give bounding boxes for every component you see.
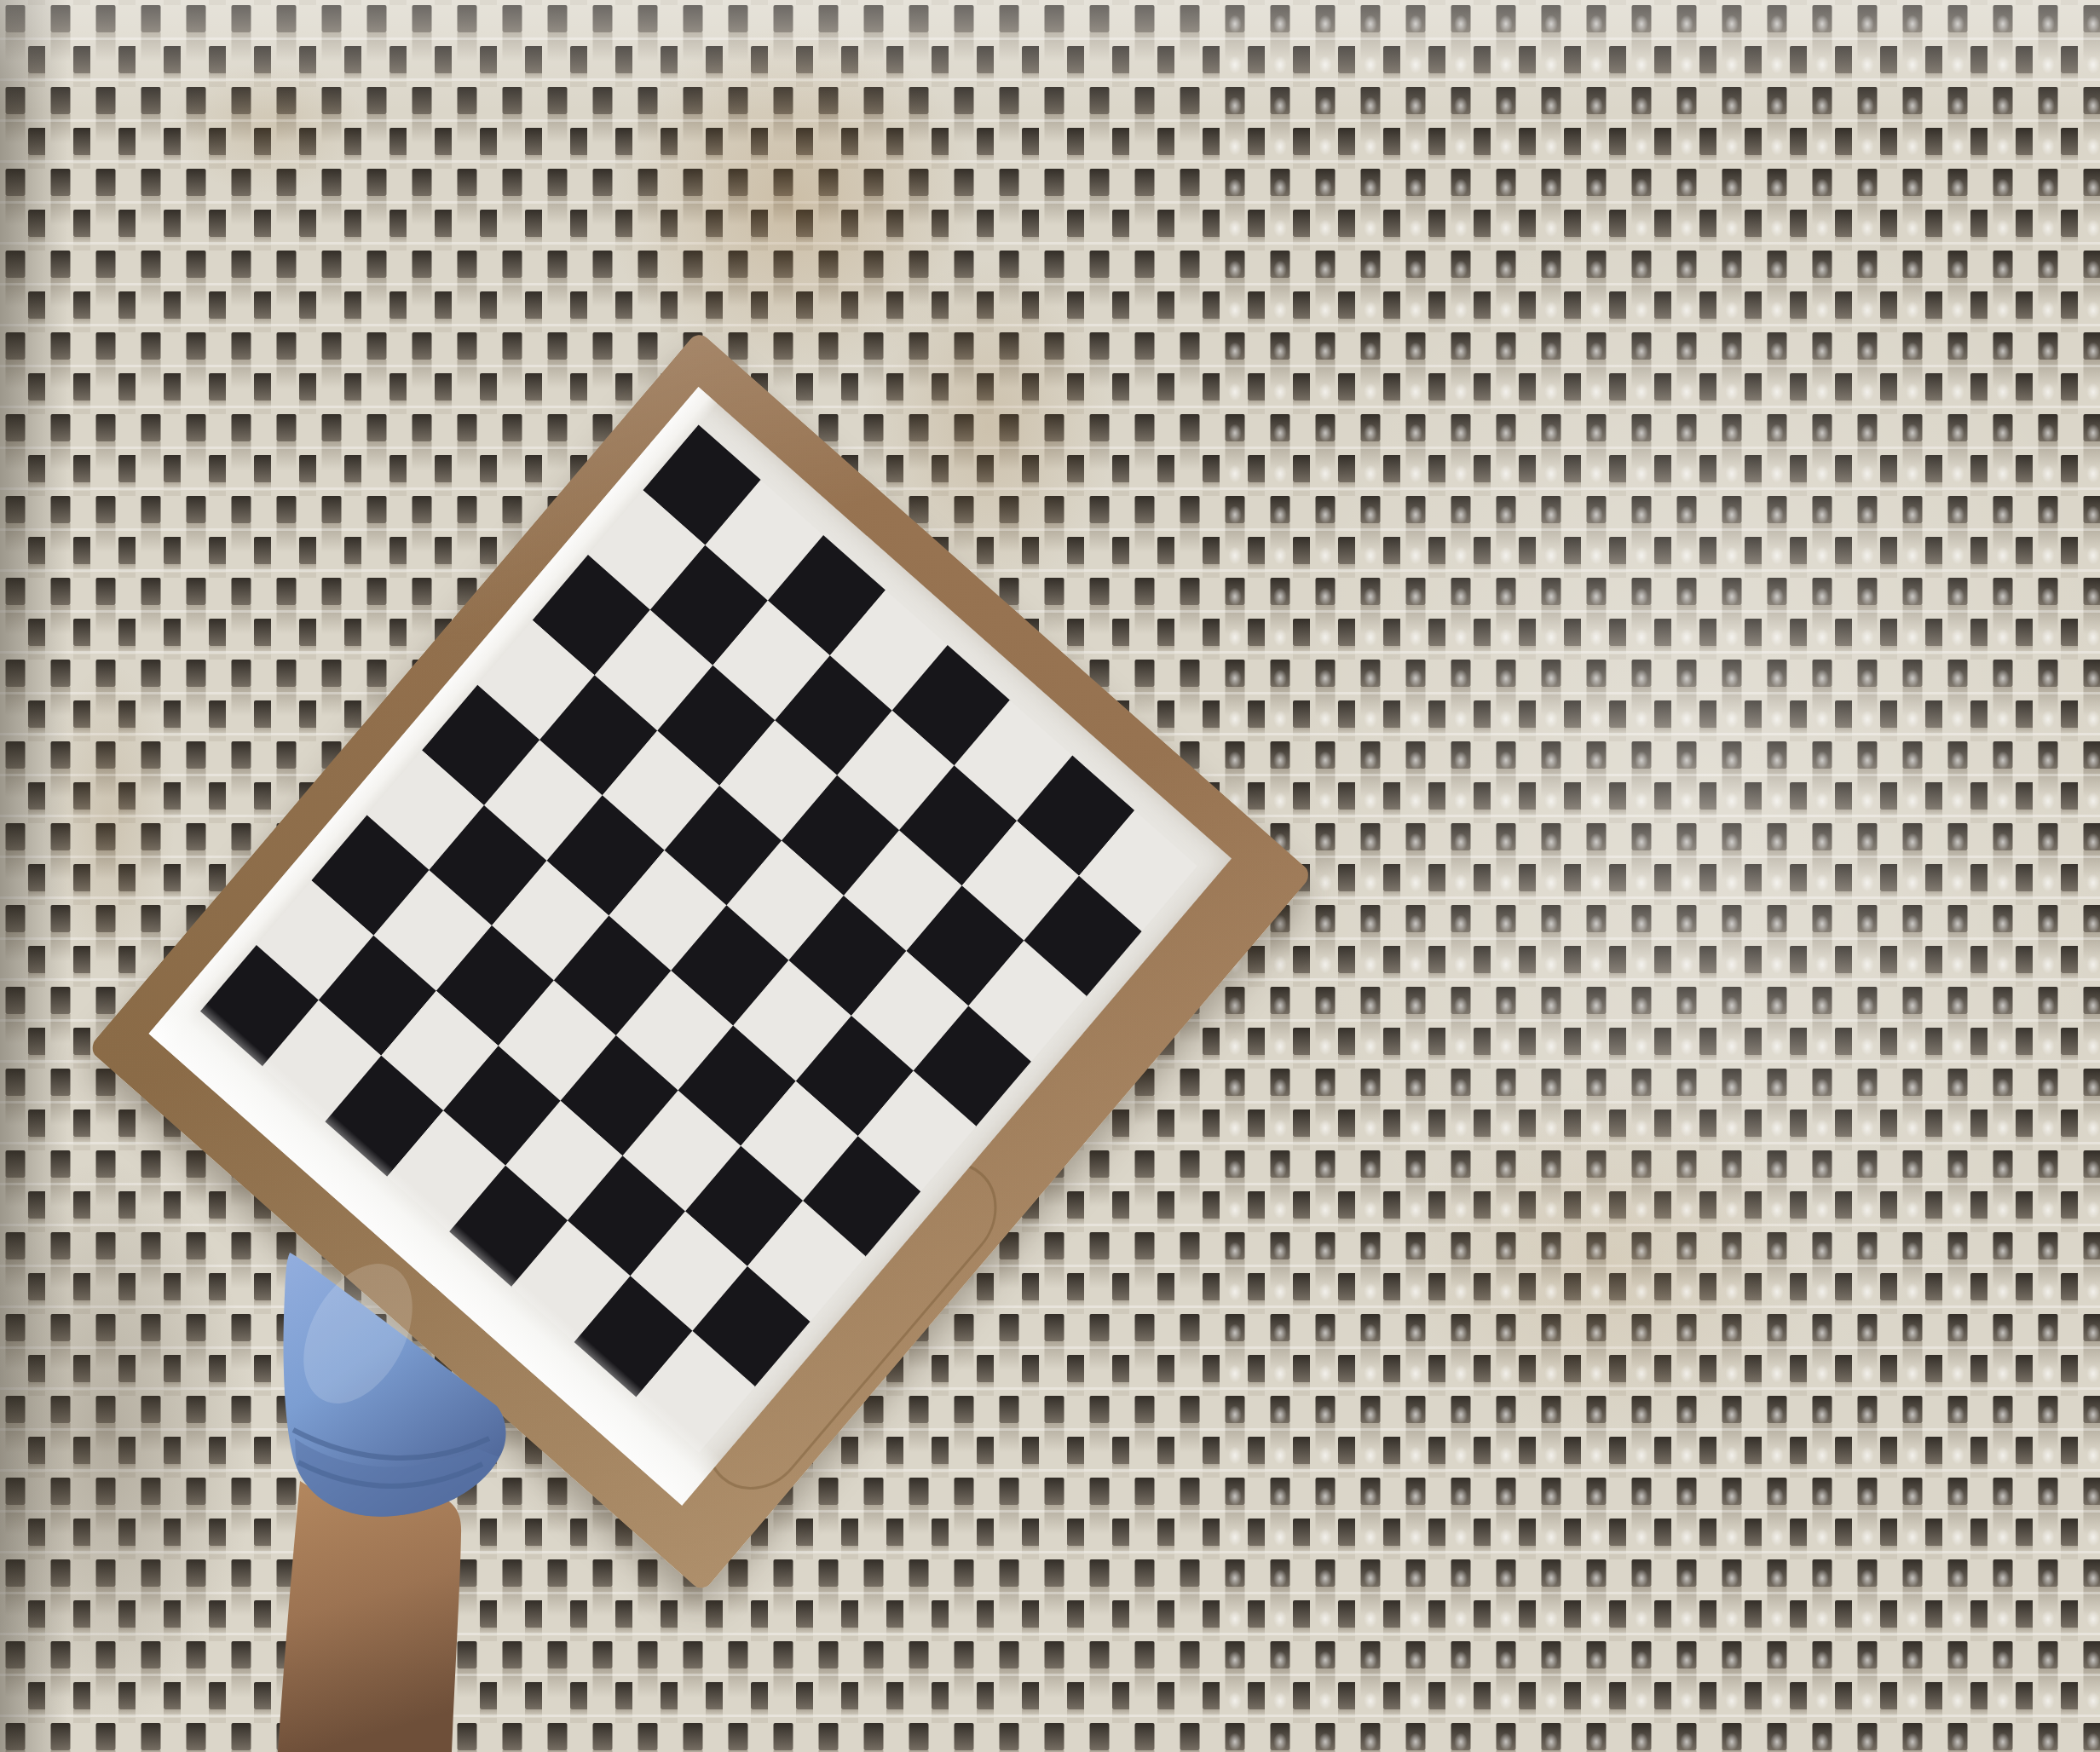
forearm	[278, 1481, 461, 1752]
hand-overlay	[0, 0, 2100, 1752]
photo-canvas	[0, 0, 2100, 1752]
